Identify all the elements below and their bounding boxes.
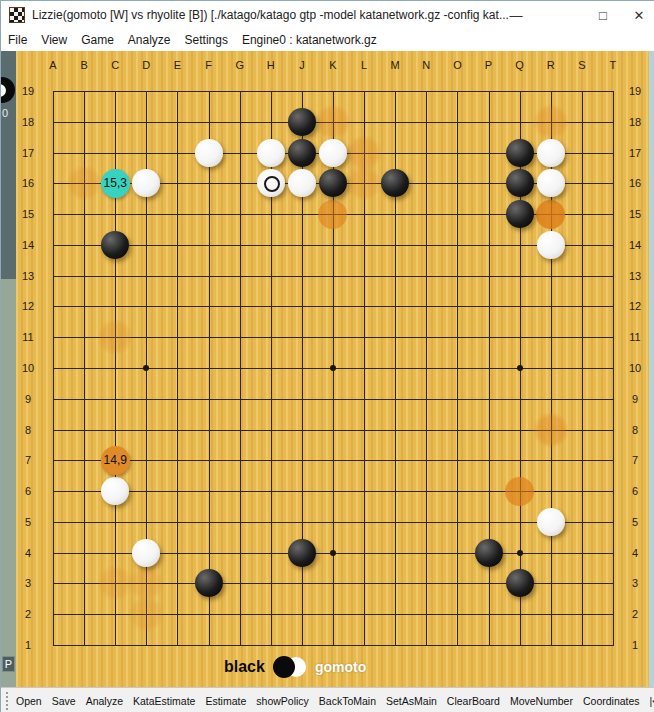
white-stone-K17[interactable] bbox=[319, 139, 347, 167]
toolbar-button-kataestimate[interactable]: KataEstimate bbox=[128, 688, 200, 712]
last-move-marker bbox=[264, 176, 280, 192]
coordinate-column-label: H bbox=[261, 59, 281, 71]
turn-stones-icon bbox=[273, 655, 309, 679]
coordinate-column-label: K bbox=[323, 59, 343, 71]
coordinate-column-label: F bbox=[199, 59, 219, 71]
black-stone-F3[interactable] bbox=[195, 569, 223, 597]
coordinate-column-label: C bbox=[105, 59, 125, 71]
white-stone-H17[interactable] bbox=[257, 139, 285, 167]
black-stone-J17[interactable] bbox=[288, 139, 316, 167]
coordinate-column-label: E bbox=[167, 59, 187, 71]
coordinate-row-label-right: 11 bbox=[623, 331, 647, 343]
toolbar-button-clearboard[interactable]: ClearBoard bbox=[442, 688, 505, 712]
coordinate-row-label-left: 4 bbox=[16, 547, 40, 559]
toolbar-button-save[interactable]: Save bbox=[47, 688, 81, 712]
black-stone-M16[interactable] bbox=[381, 169, 409, 197]
menu-item-view[interactable]: View bbox=[34, 29, 74, 51]
coordinate-row-label-left: 7 bbox=[16, 454, 40, 466]
menu-item-settings[interactable]: Settings bbox=[178, 29, 235, 51]
best-move-suggestion[interactable]: 15,3 bbox=[101, 169, 130, 198]
coordinate-row-label-right: 7 bbox=[623, 454, 647, 466]
toolbar-button-estimate[interactable]: Estimate bbox=[200, 688, 251, 712]
coordinate-row-label-right: 5 bbox=[623, 516, 647, 528]
coordinate-column-label: Q bbox=[510, 59, 530, 71]
policy-heat-L16[interactable] bbox=[346, 165, 382, 201]
turn-indicator: black gomoto bbox=[224, 655, 366, 679]
lizzie-window: Lizzie(gomoto [W] vs rhyolite [B]) [./ka… bbox=[0, 0, 654, 712]
coordinate-column-label: A bbox=[43, 59, 63, 71]
grid-line-vertical bbox=[582, 91, 583, 646]
policy-heat-K15[interactable] bbox=[318, 200, 347, 229]
coordinate-row-label-left: 1 bbox=[16, 639, 40, 651]
go-board[interactable]: black gomoto ABCDEFGHJKLMNOPQRST19191818… bbox=[16, 51, 649, 687]
coordinate-row-label-right: 8 bbox=[623, 424, 647, 436]
coordinate-column-label: S bbox=[572, 59, 592, 71]
black-stone-K16[interactable] bbox=[319, 169, 347, 197]
coordinate-row-label-left: 11 bbox=[16, 331, 40, 343]
toolbar-button-backtomain[interactable]: BackToMain bbox=[314, 688, 381, 712]
menu-item-file[interactable]: File bbox=[1, 29, 34, 51]
coordinate-row-label-left: 3 bbox=[16, 577, 40, 589]
coordinate-row-label-left: 2 bbox=[16, 608, 40, 620]
policy-heat-D2[interactable] bbox=[128, 596, 164, 632]
coordinate-row-label-left: 18 bbox=[16, 116, 40, 128]
coordinate-row-label-left: 14 bbox=[16, 239, 40, 251]
menu-item-analyze[interactable]: Analyze bbox=[121, 29, 178, 51]
coordinate-row-label-right: 13 bbox=[623, 270, 647, 282]
coordinate-row-label-right: 12 bbox=[623, 300, 647, 312]
grid-line-vertical bbox=[426, 91, 427, 646]
white-stone-R16[interactable] bbox=[537, 169, 565, 197]
coordinate-column-label: M bbox=[385, 59, 405, 71]
right-edge-strip bbox=[649, 51, 654, 687]
coordinate-row-label-right: 17 bbox=[623, 147, 647, 159]
black-stone-Q17[interactable] bbox=[506, 139, 534, 167]
coordinate-row-label-left: 12 bbox=[16, 300, 40, 312]
toolbar-button-[interactable]: |< bbox=[645, 688, 654, 712]
coordinate-row-label-right: 1 bbox=[623, 639, 647, 651]
coordinate-row-label-right: 10 bbox=[623, 362, 647, 374]
candidate-move-suggestion[interactable]: 14,9 bbox=[101, 446, 130, 475]
policy-heat-Q6[interactable] bbox=[505, 477, 534, 506]
star-point bbox=[517, 550, 523, 556]
coordinate-column-label: L bbox=[354, 59, 374, 71]
coordinate-row-label-right: 16 bbox=[623, 177, 647, 189]
left-side-panel: 0 P bbox=[1, 51, 16, 687]
coordinate-row-label-left: 13 bbox=[16, 270, 40, 282]
star-point bbox=[517, 365, 523, 371]
policy-heat-R18[interactable] bbox=[533, 104, 569, 140]
grid-line-vertical bbox=[177, 91, 178, 646]
menu-item-game[interactable]: Game bbox=[74, 29, 121, 51]
grid-line-vertical bbox=[240, 91, 241, 646]
black-stone-J4[interactable] bbox=[288, 539, 316, 567]
toolbar-button-setasmain[interactable]: SetAsMain bbox=[381, 688, 442, 712]
pass-button[interactable]: P bbox=[2, 656, 15, 672]
toolbar-grip[interactable] bbox=[6, 692, 8, 710]
black-stone-Q16[interactable] bbox=[506, 169, 534, 197]
white-stone-D4[interactable] bbox=[132, 539, 160, 567]
white-stone-R14[interactable] bbox=[537, 231, 565, 259]
coordinate-column-label: G bbox=[230, 59, 250, 71]
coordinate-row-label-left: 9 bbox=[16, 393, 40, 405]
toolbar-button-showpolicy[interactable]: showPolicy bbox=[251, 688, 314, 712]
white-player-name: gomoto bbox=[315, 659, 366, 675]
menu-item-engine0[interactable]: Engine0 : katanetwork.gz bbox=[235, 29, 384, 51]
coordinate-row-label-left: 17 bbox=[16, 147, 40, 159]
coordinate-column-label: B bbox=[74, 59, 94, 71]
white-stone-F17[interactable] bbox=[195, 139, 223, 167]
coordinate-row-label-right: 15 bbox=[623, 208, 647, 220]
coordinate-column-label: J bbox=[292, 59, 312, 71]
star-point bbox=[143, 365, 149, 371]
coordinate-column-label: R bbox=[541, 59, 561, 71]
coordinate-column-label: T bbox=[603, 59, 623, 71]
toolbar-button-movenumber[interactable]: MoveNumber bbox=[505, 688, 578, 712]
minimize-button[interactable]: — bbox=[499, 1, 533, 29]
close-button[interactable]: ✕ bbox=[622, 1, 654, 29]
black-stone-Q3[interactable] bbox=[506, 569, 534, 597]
maximize-button[interactable]: □ bbox=[586, 1, 620, 29]
toolbar-button-open[interactable]: Open bbox=[11, 688, 47, 712]
policy-heat-K18[interactable] bbox=[315, 104, 351, 140]
coordinate-row-label-left: 19 bbox=[16, 85, 40, 97]
coordinate-row-label-right: 9 bbox=[623, 393, 647, 405]
coordinate-column-label: D bbox=[136, 59, 156, 71]
white-stone-R17[interactable] bbox=[537, 139, 565, 167]
toolbar-button-analyze[interactable]: Analyze bbox=[81, 688, 128, 712]
star-point bbox=[330, 365, 336, 371]
grid-line-vertical bbox=[53, 91, 54, 646]
toolbar: OpenSaveAnalyzeKataEstimateEstimateshowP… bbox=[1, 687, 654, 712]
policy-heat-R8[interactable] bbox=[533, 412, 569, 448]
toolbar-button-coordinates[interactable]: Coordinates bbox=[578, 688, 645, 712]
white-stone-R5[interactable] bbox=[537, 508, 565, 536]
coordinate-row-label-left: 16 bbox=[16, 177, 40, 189]
capture-count: 0 bbox=[2, 107, 8, 119]
black-player-label: black bbox=[224, 658, 265, 676]
coordinate-row-label-right: 6 bbox=[623, 485, 647, 497]
coordinate-row-label-left: 8 bbox=[16, 424, 40, 436]
black-stone-icon bbox=[273, 656, 295, 678]
black-stone-P4[interactable] bbox=[475, 539, 503, 567]
title-bar: Lizzie(gomoto [W] vs rhyolite [B]) [./ka… bbox=[1, 1, 654, 29]
white-stone-J16[interactable] bbox=[288, 169, 316, 197]
star-point bbox=[330, 550, 336, 556]
white-stone-C6[interactable] bbox=[101, 477, 129, 505]
black-stone-Q15[interactable] bbox=[506, 200, 534, 228]
coordinate-row-label-right: 3 bbox=[623, 577, 647, 589]
coordinate-row-label-left: 15 bbox=[16, 208, 40, 220]
app-icon bbox=[9, 7, 25, 23]
coordinate-row-label-right: 4 bbox=[623, 547, 647, 559]
policy-heat-B16[interactable] bbox=[66, 165, 102, 201]
menu-bar: FileViewGameAnalyzeSettingsEngine0 : kat… bbox=[1, 29, 654, 52]
coordinate-row-label-right: 18 bbox=[623, 116, 647, 128]
coordinate-column-label: N bbox=[416, 59, 436, 71]
coordinate-row-label-right: 14 bbox=[623, 239, 647, 251]
coordinate-column-label: O bbox=[447, 59, 467, 71]
policy-heat-R15[interactable] bbox=[536, 200, 565, 229]
grid-line-vertical bbox=[457, 91, 458, 646]
white-stone-H16[interactable] bbox=[257, 169, 285, 197]
coordinate-row-label-left: 5 bbox=[16, 516, 40, 528]
grid-line-vertical bbox=[209, 91, 210, 646]
coordinate-column-label: P bbox=[479, 59, 499, 71]
grid-line-vertical bbox=[613, 91, 614, 646]
coordinate-row-label-left: 6 bbox=[16, 485, 40, 497]
white-stone-D16[interactable] bbox=[132, 169, 160, 197]
coordinate-row-label-right: 19 bbox=[623, 85, 647, 97]
policy-heat-C11[interactable] bbox=[97, 319, 133, 355]
coordinate-row-label-left: 10 bbox=[16, 362, 40, 374]
coordinate-row-label-right: 2 bbox=[623, 608, 647, 620]
window-title: Lizzie(gomoto [W] vs rhyolite [B]) [./ka… bbox=[32, 8, 509, 22]
black-stone-J18[interactable] bbox=[288, 108, 316, 136]
black-stone-C14[interactable] bbox=[101, 231, 129, 259]
